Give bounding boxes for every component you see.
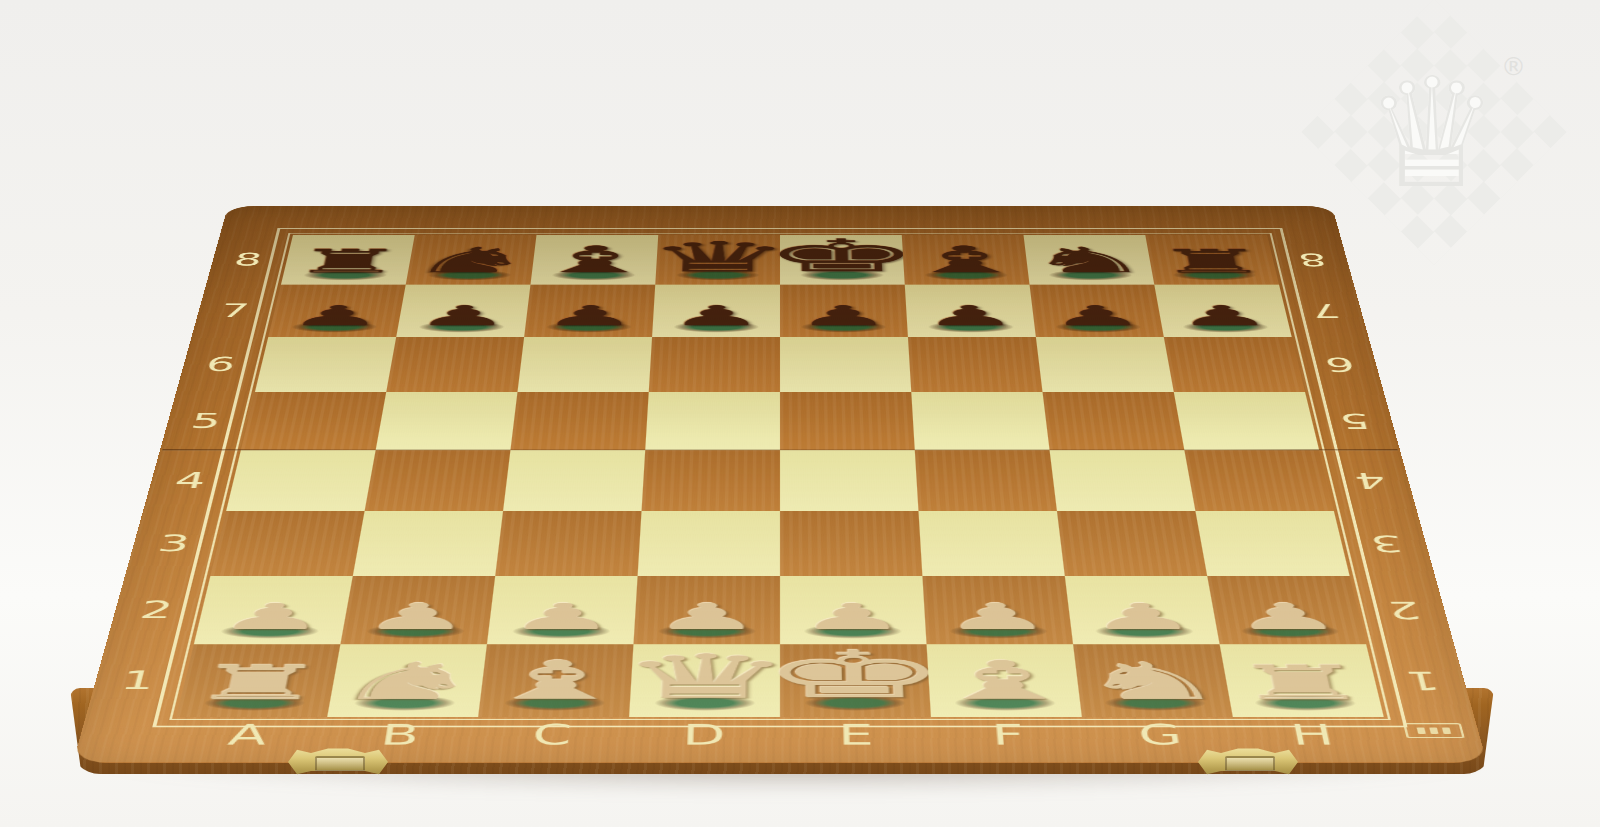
maker-stamp-bar [1429,728,1438,734]
felt-base [419,321,505,332]
square-h7: ♟ [1154,285,1291,337]
square-d7: ♟ [652,285,780,337]
square-a4 [226,450,376,511]
white-bishop-c1: ♝ [476,655,636,706]
rank-label-6: 6 [1322,353,1357,375]
chess-board: ♜♞♝♛♚♝♞♜♟♟♟♟♟♟♟♟♟♟♟♟♟♟♟♟♜♞♝♛♚♝♞♜ ABCDEFG… [73,206,1487,763]
black-knight-b8: ♞ [407,244,535,277]
white-pawn-d2: ♟ [653,599,762,633]
square-d3 [638,511,780,576]
square-a3 [210,511,364,576]
white-pawn-e2: ♟ [798,599,907,633]
rank-label-4: 4 [1351,468,1388,493]
playing-area: ♜♞♝♛♚♝♞♜♟♟♟♟♟♟♟♟♟♟♟♟♟♟♟♟♜♞♝♛♚♝♞♜ [176,235,1383,717]
file-labels: ABCDEFGH [167,714,1393,754]
felt-base [805,695,905,711]
square-c4 [503,450,645,511]
square-g7: ♟ [1030,285,1164,337]
maker-stamp-bar [1442,728,1451,734]
felt-base [1241,624,1340,639]
felt-base [1105,695,1206,711]
black-king-e8: ♚ [762,234,922,277]
felt-base [366,624,464,639]
black-pawn-e7: ♟ [796,303,891,329]
white-pawn-c2: ♟ [507,599,618,633]
square-c2: ♟ [487,576,638,644]
felt-base [950,624,1048,639]
square-f8: ♝ [902,235,1030,285]
rank-label-3: 3 [155,530,193,556]
square-e7: ♟ [780,285,908,337]
square-g8: ♞ [1023,235,1154,285]
maker-stamp-bar [1417,728,1426,734]
white-knight-b1: ♞ [329,657,485,706]
square-f5 [911,392,1049,450]
black-pawn-d7: ♟ [669,303,764,329]
black-bishop-c8: ♝ [529,242,661,277]
square-d4 [642,450,780,511]
rank-label-2: 2 [1384,596,1423,624]
felt-base [428,270,512,281]
white-king-e1: ♚ [759,644,952,706]
white-rook-a1: ♜ [184,661,331,706]
felt-base [805,624,902,639]
square-c8: ♝ [530,235,658,285]
felt-base [925,270,1008,281]
file-label-h: H [1288,718,1337,750]
square-d5 [645,392,780,450]
registered-trademark-icon: ® [1501,52,1526,81]
white-pawn-b2: ♟ [361,599,474,633]
square-g3 [1057,511,1207,576]
rank-label-1: 1 [1402,665,1443,695]
square-c1: ♝ [478,644,633,717]
white-rook-h1: ♜ [1228,661,1375,706]
file-label-c: C [531,718,573,750]
square-h2: ♟ [1207,576,1366,644]
felt-base [512,624,610,639]
felt-base [955,695,1055,711]
square-b7: ♟ [396,285,530,337]
square-h1: ♜ [1220,644,1384,717]
black-rook-h8: ♜ [1152,246,1273,277]
square-e3 [780,511,922,576]
rank-label-6: 6 [203,353,238,375]
square-a7: ♟ [268,285,405,337]
square-a2: ♟ [194,576,353,644]
fold-seam [162,449,1398,450]
square-f1: ♝ [927,644,1082,717]
black-pawn-b7: ♟ [414,303,513,329]
white-queen-d1: ♛ [615,648,795,706]
square-c3 [495,511,641,576]
black-pawn-f7: ♟ [922,303,1019,329]
felt-base [929,321,1014,332]
file-label-b: B [378,718,421,750]
felt-base [655,695,755,711]
felt-base [674,321,758,332]
square-b1: ♞ [327,644,487,717]
studio-backdrop: ♛ ♕ ® ♜♞♝♛♚♝♞♜♟♟♟♟♟♟♟♟♟♟♟♟♟♟♟♟♜♞♝♛♚♝♞♜ A… [0,0,1600,827]
felt-base [203,695,305,711]
square-b6 [386,337,524,392]
square-g2: ♟ [1065,576,1220,644]
rank-label-5: 5 [1336,409,1372,433]
rank-label-1: 1 [118,665,159,695]
rank-label-7: 7 [218,300,252,321]
black-pawn-h7: ♟ [1173,303,1273,329]
square-g5 [1043,392,1185,450]
square-b3 [353,511,503,576]
felt-base [802,321,886,332]
felt-base [291,321,377,332]
white-bishop-f1: ♝ [924,655,1084,706]
white-knight-g1: ♞ [1075,657,1231,706]
square-d1: ♛ [629,644,780,717]
felt-base [303,270,387,281]
felt-base [1056,321,1142,332]
square-f4 [915,450,1057,511]
square-d2: ♟ [633,576,780,644]
board-scene: ♜♞♝♛♚♝♞♜♟♟♟♟♟♟♟♟♟♟♟♟♟♟♟♟♜♞♝♛♚♝♞♜ ABCDEFG… [228,206,1332,827]
square-h5 [1174,392,1319,450]
square-g1: ♞ [1073,644,1233,717]
rank-label-7: 7 [1309,300,1343,321]
square-h4 [1184,450,1334,511]
square-c5 [510,392,648,450]
white-pawn-h2: ♟ [1230,599,1346,633]
white-pawn-a2: ♟ [215,599,331,633]
square-h8: ♜ [1145,235,1279,285]
square-g4 [1050,450,1196,511]
square-f7: ♟ [905,285,1036,337]
felt-base [1183,321,1269,332]
square-a5 [241,392,386,450]
square-b5 [376,392,518,450]
felt-base [1173,270,1257,281]
felt-base [504,695,604,711]
square-c6 [517,337,652,392]
black-knight-g8: ♞ [1024,244,1152,277]
square-e2: ♟ [780,576,927,644]
file-label-d: D [682,718,726,750]
rank-label-8: 8 [1296,249,1329,269]
maker-stamp-icon [1403,723,1465,738]
felt-base [1254,695,1356,711]
square-h3 [1195,511,1349,576]
white-pawn-f2: ♟ [942,599,1053,633]
square-e8: ♚ [780,235,905,285]
square-a8: ♜ [281,235,415,285]
rank-label-4: 4 [172,468,209,493]
square-a6 [255,337,396,392]
file-label-f: F [991,718,1026,750]
square-e4 [780,450,918,511]
felt-base [677,270,759,281]
felt-base [801,270,883,281]
square-f2: ♟ [922,576,1073,644]
rank-label-3: 3 [1367,530,1405,556]
white-pawn-g2: ♟ [1086,599,1199,633]
felt-base [659,624,756,639]
square-g6 [1036,337,1174,392]
square-c7: ♟ [524,285,655,337]
black-pawn-g7: ♟ [1048,303,1147,329]
square-d6 [649,337,780,392]
square-d8: ♛ [655,235,780,285]
rank-label-2: 2 [137,596,176,624]
square-b2: ♟ [340,576,495,644]
rank-label-8: 8 [232,249,265,269]
square-a1: ♜ [176,644,340,717]
square-e6 [780,337,911,392]
felt-base [552,270,635,281]
square-b8: ♞ [406,235,537,285]
square-h6 [1164,337,1305,392]
black-pawn-c7: ♟ [541,303,638,329]
felt-base [354,695,455,711]
square-b4 [365,450,511,511]
square-e5 [780,392,915,450]
file-label-e: E [838,718,874,750]
black-pawn-a7: ♟ [286,303,386,329]
felt-base [1095,624,1193,639]
felt-base [546,321,631,332]
file-label-a: A [225,718,270,750]
file-label-g: G [1136,718,1184,750]
square-f6 [908,337,1043,392]
felt-base [1049,270,1133,281]
black-rook-a8: ♜ [287,246,408,277]
square-f3 [918,511,1064,576]
rank-label-5: 5 [188,409,224,433]
felt-base [220,624,319,639]
square-e1: ♚ [780,644,931,717]
